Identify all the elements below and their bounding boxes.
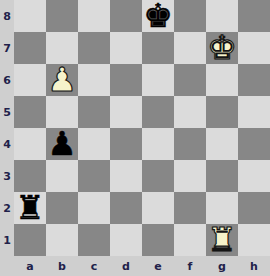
square-c7[interactable] (78, 32, 110, 64)
square-c5[interactable] (78, 96, 110, 128)
square-f8[interactable] (174, 0, 206, 32)
square-e7[interactable] (142, 32, 174, 64)
square-h6[interactable] (238, 64, 270, 96)
square-e6[interactable] (142, 64, 174, 96)
square-h3[interactable] (238, 160, 270, 192)
rank-label-1: 1 (0, 224, 14, 256)
square-f7[interactable] (174, 32, 206, 64)
rank-label-6: 6 (0, 64, 14, 96)
rank-label-2: 2 (0, 192, 14, 224)
square-e5[interactable] (142, 96, 174, 128)
square-c8[interactable] (78, 0, 110, 32)
rank-label-5: 5 (0, 96, 14, 128)
square-f4[interactable] (174, 128, 206, 160)
square-g1[interactable]: ♜ (206, 224, 238, 256)
white-pawn-b6: ♟ (47, 64, 77, 96)
white-king-g7: ♚ (207, 32, 237, 64)
rank-label-4: 4 (0, 128, 14, 160)
square-h8[interactable] (238, 0, 270, 32)
square-d8[interactable] (110, 0, 142, 32)
square-h5[interactable] (238, 96, 270, 128)
square-f3[interactable] (174, 160, 206, 192)
file-label-c: c (78, 256, 110, 276)
square-c2[interactable] (78, 192, 110, 224)
square-g3[interactable] (206, 160, 238, 192)
square-h2[interactable] (238, 192, 270, 224)
file-label-e: e (142, 256, 174, 276)
square-h4[interactable] (238, 128, 270, 160)
black-pawn-b4: ♟ (47, 128, 77, 160)
file-label-a: a (14, 256, 46, 276)
square-d6[interactable] (110, 64, 142, 96)
square-a1[interactable] (14, 224, 46, 256)
square-b1[interactable] (46, 224, 78, 256)
square-d3[interactable] (110, 160, 142, 192)
square-b3[interactable] (46, 160, 78, 192)
file-label-d: d (110, 256, 142, 276)
chess-diagram: 87654321 ♚♚♟♟♜♜ abcdefgh (0, 0, 270, 276)
square-d7[interactable] (110, 32, 142, 64)
square-f1[interactable] (174, 224, 206, 256)
file-labels: abcdefgh (14, 256, 270, 276)
square-c3[interactable] (78, 160, 110, 192)
square-a6[interactable] (14, 64, 46, 96)
square-d1[interactable] (110, 224, 142, 256)
white-rook-g1: ♜ (207, 224, 237, 256)
square-e4[interactable] (142, 128, 174, 160)
square-g5[interactable] (206, 96, 238, 128)
square-b2[interactable] (46, 192, 78, 224)
square-a8[interactable] (14, 0, 46, 32)
square-a4[interactable] (14, 128, 46, 160)
file-label-b: b (46, 256, 78, 276)
square-d2[interactable] (110, 192, 142, 224)
square-e8[interactable]: ♚ (142, 0, 174, 32)
black-king-e8: ♚ (143, 0, 173, 32)
rank-label-3: 3 (0, 160, 14, 192)
file-label-h: h (238, 256, 270, 276)
square-e2[interactable] (142, 192, 174, 224)
square-c1[interactable] (78, 224, 110, 256)
square-g7[interactable]: ♚ (206, 32, 238, 64)
square-h1[interactable] (238, 224, 270, 256)
square-f5[interactable] (174, 96, 206, 128)
square-b4[interactable]: ♟ (46, 128, 78, 160)
square-a5[interactable] (14, 96, 46, 128)
square-e3[interactable] (142, 160, 174, 192)
rank-label-7: 7 (0, 32, 14, 64)
file-label-f: f (174, 256, 206, 276)
square-h7[interactable] (238, 32, 270, 64)
file-label-g: g (206, 256, 238, 276)
square-a2[interactable]: ♜ (14, 192, 46, 224)
square-d5[interactable] (110, 96, 142, 128)
square-b6[interactable]: ♟ (46, 64, 78, 96)
square-b8[interactable] (46, 0, 78, 32)
square-c4[interactable] (78, 128, 110, 160)
square-a7[interactable] (14, 32, 46, 64)
chess-board: ♚♚♟♟♜♜ (14, 0, 270, 256)
square-e1[interactable] (142, 224, 174, 256)
square-g4[interactable] (206, 128, 238, 160)
rank-labels: 87654321 (0, 0, 14, 256)
square-f2[interactable] (174, 192, 206, 224)
square-f6[interactable] (174, 64, 206, 96)
rank-label-8: 8 (0, 0, 14, 32)
square-d4[interactable] (110, 128, 142, 160)
square-g6[interactable] (206, 64, 238, 96)
black-rook-a2: ♜ (15, 192, 45, 224)
square-c6[interactable] (78, 64, 110, 96)
